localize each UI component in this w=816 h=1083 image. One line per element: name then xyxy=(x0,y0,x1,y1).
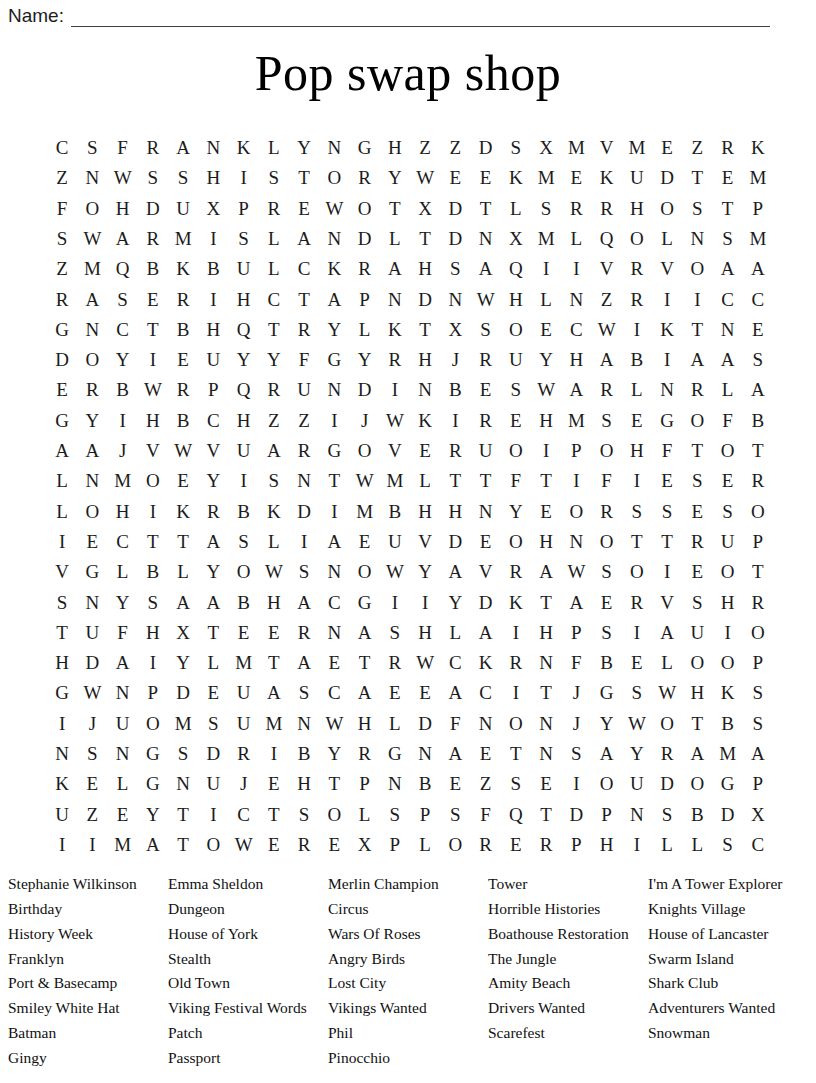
grid-cell-r24c4[interactable]: A xyxy=(138,830,168,860)
grid-cell-r14c2[interactable]: E xyxy=(77,527,107,557)
grid-cell-r4c20[interactable]: O xyxy=(622,224,652,254)
grid-cell-r1c18[interactable]: M xyxy=(561,133,591,163)
grid-cell-r16c17[interactable]: T xyxy=(531,587,561,617)
grid-cell-r1c10[interactable]: N xyxy=(319,133,349,163)
grid-cell-r23c23[interactable]: D xyxy=(713,799,743,829)
grid-cell-r12c11[interactable]: W xyxy=(350,466,380,496)
grid-cell-r17c12[interactable]: S xyxy=(380,618,410,648)
grid-cell-r8c8[interactable]: Y xyxy=(259,345,289,375)
grid-cell-r2c14[interactable]: E xyxy=(440,163,470,193)
grid-cell-r23c9[interactable]: S xyxy=(289,799,319,829)
grid-cell-r10c17[interactable]: H xyxy=(531,406,561,436)
grid-cell-r1c2[interactable]: S xyxy=(77,133,107,163)
grid-cell-r20c6[interactable]: S xyxy=(198,709,228,739)
grid-cell-r22c15[interactable]: Z xyxy=(471,769,501,799)
grid-cell-r3c19[interactable]: R xyxy=(592,194,622,224)
grid-cell-r9c7[interactable]: Q xyxy=(229,375,259,405)
grid-cell-r15c10[interactable]: N xyxy=(319,557,349,587)
grid-cell-r12c5[interactable]: E xyxy=(168,466,198,496)
grid-cell-r18c4[interactable]: I xyxy=(138,648,168,678)
grid-cell-r18c16[interactable]: R xyxy=(501,648,531,678)
grid-cell-r24c23[interactable]: S xyxy=(713,830,743,860)
grid-cell-r10c7[interactable]: H xyxy=(229,406,259,436)
grid-cell-r23c19[interactable]: P xyxy=(592,799,622,829)
grid-cell-r23c6[interactable]: I xyxy=(198,799,228,829)
grid-cell-r18c18[interactable]: F xyxy=(561,648,591,678)
grid-cell-r6c13[interactable]: D xyxy=(410,284,440,314)
grid-cell-r13c22[interactable]: E xyxy=(682,496,712,526)
grid-cell-r2c22[interactable]: T xyxy=(682,163,712,193)
grid-cell-r23c8[interactable]: T xyxy=(259,799,289,829)
grid-cell-r1c23[interactable]: R xyxy=(713,133,743,163)
grid-cell-r23c1[interactable]: U xyxy=(47,799,77,829)
grid-cell-r19c22[interactable]: H xyxy=(682,678,712,708)
grid-cell-r12c19[interactable]: F xyxy=(592,466,622,496)
grid-cell-r9c14[interactable]: B xyxy=(440,375,470,405)
grid-cell-r8c9[interactable]: F xyxy=(289,345,319,375)
grid-cell-r21c1[interactable]: N xyxy=(47,739,77,769)
grid-cell-r5c16[interactable]: Q xyxy=(501,254,531,284)
grid-cell-r1c13[interactable]: Z xyxy=(410,133,440,163)
grid-cell-r23c21[interactable]: S xyxy=(652,799,682,829)
grid-cell-r16c24[interactable]: R xyxy=(743,587,773,617)
grid-cell-r18c9[interactable]: A xyxy=(289,648,319,678)
grid-cell-r20c8[interactable]: M xyxy=(259,709,289,739)
grid-cell-r19c16[interactable]: I xyxy=(501,678,531,708)
grid-cell-r8c3[interactable]: Y xyxy=(108,345,138,375)
grid-cell-r18c14[interactable]: C xyxy=(440,648,470,678)
grid-cell-r12c14[interactable]: T xyxy=(440,466,470,496)
grid-cell-r5c21[interactable]: V xyxy=(652,254,682,284)
grid-cell-r2c4[interactable]: S xyxy=(138,163,168,193)
grid-cell-r7c9[interactable]: R xyxy=(289,315,319,345)
grid-cell-r4c21[interactable]: L xyxy=(652,224,682,254)
grid-cell-r15c20[interactable]: O xyxy=(622,557,652,587)
grid-cell-r4c19[interactable]: Q xyxy=(592,224,622,254)
grid-cell-r6c6[interactable]: I xyxy=(198,284,228,314)
grid-cell-r17c13[interactable]: H xyxy=(410,618,440,648)
grid-cell-r4c22[interactable]: N xyxy=(682,224,712,254)
grid-cell-r17c2[interactable]: U xyxy=(77,618,107,648)
grid-cell-r17c3[interactable]: F xyxy=(108,618,138,648)
grid-cell-r4c11[interactable]: D xyxy=(350,224,380,254)
grid-cell-r23c15[interactable]: F xyxy=(471,799,501,829)
grid-cell-r20c14[interactable]: F xyxy=(440,709,470,739)
grid-cell-r7c7[interactable]: Q xyxy=(229,315,259,345)
grid-cell-r19c4[interactable]: P xyxy=(138,678,168,708)
grid-cell-r18c3[interactable]: A xyxy=(108,648,138,678)
grid-cell-r8c18[interactable]: H xyxy=(561,345,591,375)
grid-cell-r14c15[interactable]: E xyxy=(471,527,501,557)
grid-cell-r10c18[interactable]: M xyxy=(561,406,591,436)
grid-cell-r21c21[interactable]: R xyxy=(652,739,682,769)
grid-cell-r12c6[interactable]: Y xyxy=(198,466,228,496)
grid-cell-r22c3[interactable]: L xyxy=(108,769,138,799)
grid-cell-r6c17[interactable]: L xyxy=(531,284,561,314)
grid-cell-r5c20[interactable]: R xyxy=(622,254,652,284)
grid-cell-r10c13[interactable]: K xyxy=(410,406,440,436)
grid-cell-r4c17[interactable]: M xyxy=(531,224,561,254)
grid-cell-r3c7[interactable]: P xyxy=(229,194,259,224)
grid-cell-r6c21[interactable]: I xyxy=(652,284,682,314)
grid-cell-r16c4[interactable]: S xyxy=(138,587,168,617)
grid-cell-r14c10[interactable]: A xyxy=(319,527,349,557)
grid-cell-r12c15[interactable]: T xyxy=(471,466,501,496)
grid-cell-r20c7[interactable]: U xyxy=(229,709,259,739)
grid-cell-r2c9[interactable]: T xyxy=(289,163,319,193)
grid-cell-r16c5[interactable]: A xyxy=(168,587,198,617)
grid-cell-r19c10[interactable]: C xyxy=(319,678,349,708)
grid-cell-r23c10[interactable]: O xyxy=(319,799,349,829)
grid-cell-r24c11[interactable]: X xyxy=(350,830,380,860)
grid-cell-r3c21[interactable]: O xyxy=(652,194,682,224)
grid-cell-r11c6[interactable]: V xyxy=(198,436,228,466)
grid-cell-r9c6[interactable]: P xyxy=(198,375,228,405)
grid-cell-r22c6[interactable]: U xyxy=(198,769,228,799)
grid-cell-r20c24[interactable]: S xyxy=(743,709,773,739)
grid-cell-r2c11[interactable]: R xyxy=(350,163,380,193)
grid-cell-r23c17[interactable]: T xyxy=(531,799,561,829)
grid-cell-r21c22[interactable]: A xyxy=(682,739,712,769)
grid-cell-r6c15[interactable]: W xyxy=(471,284,501,314)
grid-cell-r16c18[interactable]: A xyxy=(561,587,591,617)
grid-cell-r17c6[interactable]: T xyxy=(198,618,228,648)
grid-cell-r12c22[interactable]: S xyxy=(682,466,712,496)
grid-cell-r9c23[interactable]: L xyxy=(713,375,743,405)
grid-cell-r20c18[interactable]: J xyxy=(561,709,591,739)
grid-cell-r16c1[interactable]: S xyxy=(47,587,77,617)
grid-cell-r11c2[interactable]: A xyxy=(77,436,107,466)
grid-cell-r13c5[interactable]: K xyxy=(168,496,198,526)
grid-cell-r7c14[interactable]: X xyxy=(440,315,470,345)
grid-cell-r11c15[interactable]: U xyxy=(471,436,501,466)
grid-cell-r8c21[interactable]: I xyxy=(652,345,682,375)
grid-cell-r11c8[interactable]: A xyxy=(259,436,289,466)
grid-cell-r23c18[interactable]: D xyxy=(561,799,591,829)
grid-cell-r2c5[interactable]: S xyxy=(168,163,198,193)
grid-cell-r11c21[interactable]: F xyxy=(652,436,682,466)
grid-cell-r19c8[interactable]: A xyxy=(259,678,289,708)
grid-cell-r22c4[interactable]: G xyxy=(138,769,168,799)
grid-cell-r6c3[interactable]: S xyxy=(108,284,138,314)
grid-cell-r1c9[interactable]: Y xyxy=(289,133,319,163)
grid-cell-r19c9[interactable]: S xyxy=(289,678,319,708)
grid-cell-r5c17[interactable]: I xyxy=(531,254,561,284)
grid-cell-r6c24[interactable]: C xyxy=(743,284,773,314)
grid-cell-r22c10[interactable]: T xyxy=(319,769,349,799)
grid-cell-r14c1[interactable]: I xyxy=(47,527,77,557)
grid-cell-r14c8[interactable]: L xyxy=(259,527,289,557)
grid-cell-r2c13[interactable]: W xyxy=(410,163,440,193)
grid-cell-r8c5[interactable]: E xyxy=(168,345,198,375)
grid-cell-r11c23[interactable]: O xyxy=(713,436,743,466)
grid-cell-r19c23[interactable]: K xyxy=(713,678,743,708)
grid-cell-r4c9[interactable]: A xyxy=(289,224,319,254)
grid-cell-r13c24[interactable]: O xyxy=(743,496,773,526)
grid-cell-r12c13[interactable]: L xyxy=(410,466,440,496)
grid-cell-r12c24[interactable]: R xyxy=(743,466,773,496)
grid-cell-r6c9[interactable]: T xyxy=(289,284,319,314)
grid-cell-r23c24[interactable]: X xyxy=(743,799,773,829)
grid-cell-r22c16[interactable]: S xyxy=(501,769,531,799)
grid-cell-r5c19[interactable]: V xyxy=(592,254,622,284)
grid-cell-r17c24[interactable]: O xyxy=(743,618,773,648)
grid-cell-r11c12[interactable]: V xyxy=(380,436,410,466)
grid-cell-r13c11[interactable]: M xyxy=(350,496,380,526)
grid-cell-r19c18[interactable]: J xyxy=(561,678,591,708)
grid-cell-r5c2[interactable]: M xyxy=(77,254,107,284)
grid-cell-r14c24[interactable]: P xyxy=(743,527,773,557)
grid-cell-r4c8[interactable]: L xyxy=(259,224,289,254)
grid-cell-r14c23[interactable]: U xyxy=(713,527,743,557)
grid-cell-r3c2[interactable]: O xyxy=(77,194,107,224)
grid-cell-r7c13[interactable]: T xyxy=(410,315,440,345)
grid-cell-r20c21[interactable]: O xyxy=(652,709,682,739)
grid-cell-r3c24[interactable]: P xyxy=(743,194,773,224)
grid-cell-r9c9[interactable]: U xyxy=(289,375,319,405)
grid-cell-r20c1[interactable]: I xyxy=(47,709,77,739)
grid-cell-r15c18[interactable]: W xyxy=(561,557,591,587)
grid-cell-r9c12[interactable]: I xyxy=(380,375,410,405)
grid-cell-r17c8[interactable]: E xyxy=(259,618,289,648)
grid-cell-r9c4[interactable]: W xyxy=(138,375,168,405)
grid-cell-r7c3[interactable]: C xyxy=(108,315,138,345)
grid-cell-r13c1[interactable]: L xyxy=(47,496,77,526)
grid-cell-r18c8[interactable]: T xyxy=(259,648,289,678)
grid-cell-r22c5[interactable]: N xyxy=(168,769,198,799)
grid-cell-r10c10[interactable]: I xyxy=(319,406,349,436)
grid-cell-r10c16[interactable]: E xyxy=(501,406,531,436)
grid-cell-r7c6[interactable]: H xyxy=(198,315,228,345)
grid-cell-r5c13[interactable]: H xyxy=(410,254,440,284)
grid-cell-r15c16[interactable]: R xyxy=(501,557,531,587)
grid-cell-r15c11[interactable]: O xyxy=(350,557,380,587)
grid-cell-r22c12[interactable]: N xyxy=(380,769,410,799)
grid-cell-r18c23[interactable]: O xyxy=(713,648,743,678)
grid-cell-r17c22[interactable]: U xyxy=(682,618,712,648)
grid-cell-r12c18[interactable]: I xyxy=(561,466,591,496)
grid-cell-r15c15[interactable]: V xyxy=(471,557,501,587)
grid-cell-r7c18[interactable]: C xyxy=(561,315,591,345)
grid-cell-r11c5[interactable]: W xyxy=(168,436,198,466)
grid-cell-r3c17[interactable]: S xyxy=(531,194,561,224)
grid-cell-r6c10[interactable]: A xyxy=(319,284,349,314)
grid-cell-r15c19[interactable]: S xyxy=(592,557,622,587)
grid-cell-r12c9[interactable]: N xyxy=(289,466,319,496)
grid-cell-r15c1[interactable]: V xyxy=(47,557,77,587)
grid-cell-r8c11[interactable]: Y xyxy=(350,345,380,375)
grid-cell-r21c8[interactable]: I xyxy=(259,739,289,769)
grid-cell-r5c22[interactable]: O xyxy=(682,254,712,284)
grid-cell-r10c24[interactable]: B xyxy=(743,406,773,436)
grid-cell-r20c15[interactable]: N xyxy=(471,709,501,739)
grid-cell-r6c23[interactable]: C xyxy=(713,284,743,314)
grid-cell-r24c19[interactable]: H xyxy=(592,830,622,860)
grid-cell-r2c23[interactable]: E xyxy=(713,163,743,193)
grid-cell-r18c21[interactable]: L xyxy=(652,648,682,678)
grid-cell-r9c1[interactable]: E xyxy=(47,375,77,405)
grid-cell-r12c21[interactable]: E xyxy=(652,466,682,496)
grid-cell-r21c7[interactable]: R xyxy=(229,739,259,769)
grid-cell-r4c6[interactable]: I xyxy=(198,224,228,254)
grid-cell-r7c15[interactable]: S xyxy=(471,315,501,345)
grid-cell-r17c17[interactable]: H xyxy=(531,618,561,648)
grid-cell-r21c20[interactable]: Y xyxy=(622,739,652,769)
grid-cell-r3c14[interactable]: D xyxy=(440,194,470,224)
grid-cell-r15c8[interactable]: W xyxy=(259,557,289,587)
grid-cell-r24c12[interactable]: P xyxy=(380,830,410,860)
grid-cell-r12c3[interactable]: M xyxy=(108,466,138,496)
grid-cell-r13c9[interactable]: D xyxy=(289,496,319,526)
grid-cell-r11c20[interactable]: H xyxy=(622,436,652,466)
grid-cell-r12c17[interactable]: T xyxy=(531,466,561,496)
grid-cell-r3c10[interactable]: W xyxy=(319,194,349,224)
grid-cell-r3c23[interactable]: T xyxy=(713,194,743,224)
grid-cell-r1c5[interactable]: A xyxy=(168,133,198,163)
grid-cell-r22c8[interactable]: E xyxy=(259,769,289,799)
grid-cell-r15c21[interactable]: I xyxy=(652,557,682,587)
grid-cell-r7c20[interactable]: I xyxy=(622,315,652,345)
grid-cell-r17c11[interactable]: A xyxy=(350,618,380,648)
grid-cell-r21c15[interactable]: E xyxy=(471,739,501,769)
grid-cell-r22c7[interactable]: J xyxy=(229,769,259,799)
grid-cell-r5c10[interactable]: K xyxy=(319,254,349,284)
grid-cell-r14c22[interactable]: R xyxy=(682,527,712,557)
grid-cell-r18c7[interactable]: M xyxy=(229,648,259,678)
grid-cell-r24c22[interactable]: L xyxy=(682,830,712,860)
grid-cell-r6c11[interactable]: P xyxy=(350,284,380,314)
grid-cell-r17c15[interactable]: A xyxy=(471,618,501,648)
grid-cell-r4c5[interactable]: M xyxy=(168,224,198,254)
grid-cell-r8c15[interactable]: R xyxy=(471,345,501,375)
grid-cell-r21c17[interactable]: N xyxy=(531,739,561,769)
grid-cell-r14c6[interactable]: A xyxy=(198,527,228,557)
grid-cell-r6c1[interactable]: R xyxy=(47,284,77,314)
grid-cell-r7c12[interactable]: K xyxy=(380,315,410,345)
grid-cell-r16c15[interactable]: D xyxy=(471,587,501,617)
grid-cell-r15c23[interactable]: O xyxy=(713,557,743,587)
grid-cell-r24c2[interactable]: I xyxy=(77,830,107,860)
grid-cell-r19c2[interactable]: W xyxy=(77,678,107,708)
grid-cell-r9c5[interactable]: R xyxy=(168,375,198,405)
grid-cell-r19c24[interactable]: S xyxy=(743,678,773,708)
grid-cell-r7c19[interactable]: W xyxy=(592,315,622,345)
grid-cell-r8c6[interactable]: U xyxy=(198,345,228,375)
grid-cell-r17c21[interactable]: A xyxy=(652,618,682,648)
grid-cell-r17c7[interactable]: E xyxy=(229,618,259,648)
grid-cell-r11c16[interactable]: O xyxy=(501,436,531,466)
grid-cell-r21c23[interactable]: M xyxy=(713,739,743,769)
grid-cell-r12c12[interactable]: M xyxy=(380,466,410,496)
grid-cell-r1c16[interactable]: S xyxy=(501,133,531,163)
grid-cell-r1c21[interactable]: E xyxy=(652,133,682,163)
grid-cell-r20c4[interactable]: O xyxy=(138,709,168,739)
grid-cell-r10c23[interactable]: F xyxy=(713,406,743,436)
grid-cell-r24c16[interactable]: E xyxy=(501,830,531,860)
grid-cell-r24c9[interactable]: R xyxy=(289,830,319,860)
grid-cell-r13c3[interactable]: H xyxy=(108,496,138,526)
grid-cell-r1c6[interactable]: N xyxy=(198,133,228,163)
grid-cell-r14c21[interactable]: T xyxy=(652,527,682,557)
grid-cell-r20c19[interactable]: Y xyxy=(592,709,622,739)
grid-cell-r10c20[interactable]: E xyxy=(622,406,652,436)
grid-cell-r14c3[interactable]: C xyxy=(108,527,138,557)
grid-cell-r7c8[interactable]: T xyxy=(259,315,289,345)
grid-cell-r7c21[interactable]: K xyxy=(652,315,682,345)
grid-cell-r17c20[interactable]: I xyxy=(622,618,652,648)
grid-cell-r6c18[interactable]: N xyxy=(561,284,591,314)
grid-cell-r11c4[interactable]: V xyxy=(138,436,168,466)
grid-cell-r2c18[interactable]: E xyxy=(561,163,591,193)
grid-cell-r12c1[interactable]: L xyxy=(47,466,77,496)
grid-cell-r20c12[interactable]: L xyxy=(380,709,410,739)
grid-cell-r20c23[interactable]: B xyxy=(713,709,743,739)
grid-cell-r4c24[interactable]: M xyxy=(743,224,773,254)
grid-cell-r9c24[interactable]: A xyxy=(743,375,773,405)
grid-cell-r22c1[interactable]: K xyxy=(47,769,77,799)
grid-cell-r5c5[interactable]: K xyxy=(168,254,198,284)
grid-cell-r15c17[interactable]: A xyxy=(531,557,561,587)
grid-cell-r2c8[interactable]: S xyxy=(259,163,289,193)
grid-cell-r9c21[interactable]: N xyxy=(652,375,682,405)
grid-cell-r12c2[interactable]: N xyxy=(77,466,107,496)
grid-cell-r3c8[interactable]: R xyxy=(259,194,289,224)
grid-cell-r5c23[interactable]: A xyxy=(713,254,743,284)
grid-cell-r4c15[interactable]: N xyxy=(471,224,501,254)
grid-cell-r15c5[interactable]: L xyxy=(168,557,198,587)
grid-cell-r4c16[interactable]: X xyxy=(501,224,531,254)
grid-cell-r9c16[interactable]: S xyxy=(501,375,531,405)
grid-cell-r4c18[interactable]: L xyxy=(561,224,591,254)
grid-cell-r2c6[interactable]: H xyxy=(198,163,228,193)
grid-cell-r9c11[interactable]: D xyxy=(350,375,380,405)
grid-cell-r18c20[interactable]: E xyxy=(622,648,652,678)
grid-cell-r2c3[interactable]: W xyxy=(108,163,138,193)
grid-cell-r22c21[interactable]: D xyxy=(652,769,682,799)
grid-cell-r20c10[interactable]: W xyxy=(319,709,349,739)
grid-cell-r6c20[interactable]: R xyxy=(622,284,652,314)
grid-cell-r11c3[interactable]: J xyxy=(108,436,138,466)
grid-cell-r18c5[interactable]: Y xyxy=(168,648,198,678)
grid-cell-r9c18[interactable]: A xyxy=(561,375,591,405)
grid-cell-r17c16[interactable]: I xyxy=(501,618,531,648)
grid-cell-r18c1[interactable]: H xyxy=(47,648,77,678)
grid-cell-r23c22[interactable]: B xyxy=(682,799,712,829)
grid-cell-r2c10[interactable]: O xyxy=(319,163,349,193)
grid-cell-r5c4[interactable]: B xyxy=(138,254,168,284)
grid-cell-r8c16[interactable]: U xyxy=(501,345,531,375)
grid-cell-r5c9[interactable]: C xyxy=(289,254,319,284)
grid-cell-r8c7[interactable]: Y xyxy=(229,345,259,375)
grid-cell-r24c20[interactable]: I xyxy=(622,830,652,860)
grid-cell-r2c19[interactable]: K xyxy=(592,163,622,193)
grid-cell-r12c10[interactable]: T xyxy=(319,466,349,496)
grid-cell-r10c11[interactable]: J xyxy=(350,406,380,436)
grid-cell-r12c4[interactable]: O xyxy=(138,466,168,496)
grid-cell-r13c14[interactable]: H xyxy=(440,496,470,526)
grid-cell-r13c12[interactable]: B xyxy=(380,496,410,526)
grid-cell-r6c14[interactable]: N xyxy=(440,284,470,314)
grid-cell-r16c20[interactable]: R xyxy=(622,587,652,617)
grid-cell-r10c5[interactable]: B xyxy=(168,406,198,436)
grid-cell-r1c24[interactable]: K xyxy=(743,133,773,163)
grid-cell-r21c12[interactable]: G xyxy=(380,739,410,769)
grid-cell-r9c17[interactable]: W xyxy=(531,375,561,405)
grid-cell-r6c19[interactable]: Z xyxy=(592,284,622,314)
grid-cell-r3c13[interactable]: X xyxy=(410,194,440,224)
grid-cell-r1c11[interactable]: G xyxy=(350,133,380,163)
grid-cell-r9c10[interactable]: N xyxy=(319,375,349,405)
